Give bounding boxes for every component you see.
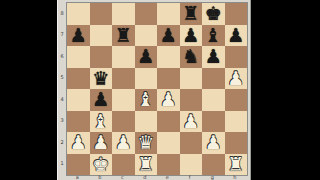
square-c4[interactable] — [112, 89, 135, 111]
black-rook-piece: ♜ — [182, 3, 199, 24]
square-h7[interactable]: ♟ — [225, 25, 248, 47]
file-label-a: a — [66, 174, 89, 180]
square-d1[interactable]: ♜ — [135, 154, 158, 176]
square-a4[interactable] — [67, 89, 90, 111]
black-pawn-piece: ♟ — [70, 25, 87, 46]
square-e7[interactable]: ♟ — [157, 25, 180, 47]
chess-board-frame: 87654321 ♜♚♟♜♟♟♝♟♟♞♟♛♟♟♝♟♝♟♟♟♟♛♟♚♜♜ abcd… — [57, 0, 251, 180]
file-label-f: f — [179, 174, 202, 180]
black-king-piece: ♚ — [205, 3, 222, 24]
square-a7[interactable]: ♟ — [67, 25, 90, 47]
rank-label-4: 4 — [58, 88, 66, 110]
square-h4[interactable] — [225, 89, 248, 111]
black-pawn-piece: ♟ — [227, 25, 244, 46]
square-b2[interactable]: ♟ — [90, 132, 113, 154]
white-queen-piece: ♛ — [137, 132, 154, 153]
square-g4[interactable] — [202, 89, 225, 111]
square-f1[interactable] — [180, 154, 203, 176]
square-e8[interactable] — [157, 3, 180, 25]
square-e4[interactable]: ♟ — [157, 89, 180, 111]
square-f6[interactable]: ♞ — [180, 46, 203, 68]
square-f5[interactable] — [180, 68, 203, 90]
rank-labels: 87654321 — [58, 2, 66, 174]
black-pawn-piece: ♟ — [205, 46, 222, 67]
square-e3[interactable] — [157, 111, 180, 133]
white-pawn-piece: ♟ — [160, 89, 177, 110]
square-b8[interactable] — [90, 3, 113, 25]
square-f3[interactable]: ♟ — [180, 111, 203, 133]
square-h5[interactable]: ♟ — [225, 68, 248, 90]
square-h2[interactable] — [225, 132, 248, 154]
square-e6[interactable] — [157, 46, 180, 68]
white-pawn-piece: ♟ — [205, 132, 222, 153]
file-labels: abcdefgh — [66, 174, 246, 180]
black-pawn-piece: ♟ — [92, 89, 109, 110]
square-g7[interactable]: ♝ — [202, 25, 225, 47]
square-h1[interactable]: ♜ — [225, 154, 248, 176]
square-e2[interactable] — [157, 132, 180, 154]
square-h8[interactable] — [225, 3, 248, 25]
square-f4[interactable] — [180, 89, 203, 111]
square-d7[interactable] — [135, 25, 158, 47]
square-c1[interactable] — [112, 154, 135, 176]
rank-label-7: 7 — [58, 24, 66, 46]
square-d8[interactable] — [135, 3, 158, 25]
file-label-c: c — [111, 174, 134, 180]
black-queen-piece: ♛ — [92, 68, 109, 89]
video-frame: 87654321 ♜♚♟♜♟♟♝♟♟♞♟♛♟♟♝♟♝♟♟♟♟♛♟♚♜♜ abcd… — [0, 0, 320, 180]
square-a6[interactable] — [67, 46, 90, 68]
black-pawn-piece: ♟ — [137, 46, 154, 67]
white-pawn-piece: ♟ — [182, 111, 199, 132]
square-c6[interactable] — [112, 46, 135, 68]
rank-label-5: 5 — [58, 67, 66, 89]
square-b7[interactable] — [90, 25, 113, 47]
square-d2[interactable]: ♛ — [135, 132, 158, 154]
white-bishop-piece: ♝ — [92, 111, 109, 132]
square-c2[interactable]: ♟ — [112, 132, 135, 154]
square-d5[interactable] — [135, 68, 158, 90]
rank-label-1: 1 — [58, 153, 66, 175]
square-g5[interactable] — [202, 68, 225, 90]
square-e1[interactable] — [157, 154, 180, 176]
file-label-h: h — [224, 174, 247, 180]
square-c7[interactable]: ♜ — [112, 25, 135, 47]
white-pawn-piece: ♟ — [115, 132, 132, 153]
square-b6[interactable] — [90, 46, 113, 68]
square-f8[interactable]: ♜ — [180, 3, 203, 25]
white-bishop-piece: ♝ — [137, 89, 154, 110]
square-c5[interactable] — [112, 68, 135, 90]
square-a3[interactable] — [67, 111, 90, 133]
white-rook-piece: ♜ — [137, 154, 154, 175]
square-a8[interactable] — [67, 3, 90, 25]
white-pawn-piece: ♟ — [70, 132, 87, 153]
file-label-b: b — [89, 174, 112, 180]
square-b4[interactable]: ♟ — [90, 89, 113, 111]
square-h3[interactable] — [225, 111, 248, 133]
file-label-g: g — [201, 174, 224, 180]
square-d4[interactable]: ♝ — [135, 89, 158, 111]
square-f7[interactable]: ♟ — [180, 25, 203, 47]
black-knight-piece: ♞ — [182, 46, 199, 67]
file-label-e: e — [156, 174, 179, 180]
black-pawn-piece: ♟ — [182, 25, 199, 46]
file-label-d: d — [134, 174, 157, 180]
rank-label-2: 2 — [58, 131, 66, 153]
square-g6[interactable]: ♟ — [202, 46, 225, 68]
white-king-piece: ♚ — [92, 154, 109, 175]
rank-label-6: 6 — [58, 45, 66, 67]
square-b3[interactable]: ♝ — [90, 111, 113, 133]
square-e5[interactable] — [157, 68, 180, 90]
square-c8[interactable] — [112, 3, 135, 25]
chess-board: ♜♚♟♜♟♟♝♟♟♞♟♛♟♟♝♟♝♟♟♟♟♛♟♚♜♜ — [66, 2, 248, 176]
square-g3[interactable] — [202, 111, 225, 133]
white-rook-piece: ♜ — [227, 154, 244, 175]
square-b1[interactable]: ♚ — [90, 154, 113, 176]
square-h6[interactable] — [225, 46, 248, 68]
square-d3[interactable] — [135, 111, 158, 133]
black-bishop-piece: ♝ — [205, 25, 222, 46]
square-a5[interactable] — [67, 68, 90, 90]
white-pawn-piece: ♟ — [227, 68, 244, 89]
black-rook-piece: ♜ — [115, 25, 132, 46]
white-pawn-piece: ♟ — [92, 132, 109, 153]
square-g1[interactable] — [202, 154, 225, 176]
black-pawn-piece: ♟ — [160, 25, 177, 46]
square-c3[interactable] — [112, 111, 135, 133]
square-f2[interactable] — [180, 132, 203, 154]
square-a1[interactable] — [67, 154, 90, 176]
square-g2[interactable]: ♟ — [202, 132, 225, 154]
square-b5[interactable]: ♛ — [90, 68, 113, 90]
square-g8[interactable]: ♚ — [202, 3, 225, 25]
square-d6[interactable]: ♟ — [135, 46, 158, 68]
square-a2[interactable]: ♟ — [67, 132, 90, 154]
rank-label-3: 3 — [58, 110, 66, 132]
rank-label-8: 8 — [58, 2, 66, 24]
